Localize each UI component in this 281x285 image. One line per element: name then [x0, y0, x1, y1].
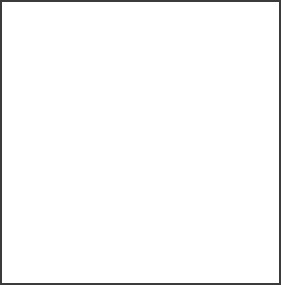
diagram-stage [0, 0, 281, 285]
board-grid [3, 3, 278, 280]
chess-board [0, 0, 281, 285]
